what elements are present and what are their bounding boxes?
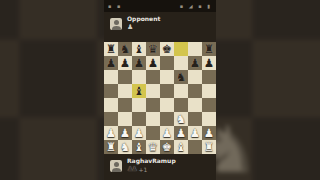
piece-f2[interactable]: ♟ (176, 126, 186, 140)
piece-e8[interactable]: ♚ (162, 42, 172, 56)
square-e1[interactable]: ♚ (160, 140, 174, 154)
square-a1[interactable]: ♜ (104, 140, 118, 154)
chess-app-screenshot: ▪ ▪ ▪ ◢ ▪ ▮ Opponent ♟ ♜♞♝♛♚♜♟♟♟♟♟♟♞♝♞♟♟… (104, 0, 216, 180)
player-name: RaghavRamup (127, 157, 176, 165)
piece-c2[interactable]: ♟ (134, 126, 144, 140)
avatar-silhouette-icon (112, 26, 121, 31)
square-f2[interactable]: ♟ (174, 126, 188, 140)
square-b5[interactable] (118, 84, 132, 98)
opponent-name: Opponent (127, 15, 160, 23)
avatar-silhouette-icon (112, 168, 121, 173)
square-g2[interactable]: ♟ (188, 126, 202, 140)
square-a8[interactable]: ♜ (104, 42, 118, 56)
opponent-player-bar: Opponent ♟ (104, 12, 216, 42)
piece-b8[interactable]: ♞ (120, 42, 130, 56)
square-c4[interactable] (132, 98, 146, 112)
square-a2[interactable]: ♟ (104, 126, 118, 140)
square-f6[interactable]: ♞ (174, 70, 188, 84)
square-e8[interactable]: ♚ (160, 42, 174, 56)
square-g8[interactable] (188, 42, 202, 56)
square-d3[interactable] (146, 112, 160, 126)
square-b8[interactable]: ♞ (118, 42, 132, 56)
piece-a1[interactable]: ♜ (106, 140, 116, 154)
square-d7[interactable]: ♟ (146, 56, 160, 70)
square-c7[interactable]: ♟ (132, 56, 146, 70)
square-g3[interactable] (188, 112, 202, 126)
player-bar: RaghavRamup ♟♟ +1 (104, 154, 216, 180)
piece-h7[interactable]: ♟ (204, 56, 214, 70)
square-g4[interactable] (188, 98, 202, 112)
square-f3[interactable]: ♞ (174, 112, 188, 126)
square-h2[interactable]: ♟ (202, 126, 216, 140)
square-f1[interactable]: ♝ (174, 140, 188, 154)
square-e5[interactable] (160, 84, 174, 98)
square-d2[interactable] (146, 126, 160, 140)
piece-d8[interactable]: ♛ (148, 42, 158, 56)
square-g7[interactable]: ♟ (188, 56, 202, 70)
square-a3[interactable] (104, 112, 118, 126)
piece-b1[interactable]: ♞ (120, 140, 130, 154)
square-b2[interactable]: ♟ (118, 126, 132, 140)
status-bar: ▪ ▪ ▪ ◢ ▪ ▮ (104, 0, 216, 12)
opponent-avatar[interactable] (110, 18, 122, 30)
square-c8[interactable]: ♝ (132, 42, 146, 56)
square-g1[interactable] (188, 140, 202, 154)
square-b6[interactable] (118, 70, 132, 84)
square-h4[interactable] (202, 98, 216, 112)
captured-pawn-icon: ♟♟ (127, 166, 136, 173)
piece-c7[interactable]: ♟ (134, 56, 144, 70)
player-captured-pieces: ♟♟ +1 (127, 166, 176, 173)
piece-h1[interactable]: ♜ (204, 140, 214, 154)
piece-c8[interactable]: ♝ (134, 42, 144, 56)
shorts-frame: ♞ ▪ ▪ ▪ ◢ ▪ ▮ Opponent ♟ ♜♞♝♛♚♜♟♟♟♟♟♟♞♝♞… (0, 0, 320, 180)
piece-b7[interactable]: ♟ (120, 56, 130, 70)
piece-g2[interactable]: ♟ (190, 126, 200, 140)
piece-a7[interactable]: ♟ (106, 56, 116, 70)
square-h1[interactable]: ♜ (202, 140, 216, 154)
square-e6[interactable] (160, 70, 174, 84)
square-d1[interactable]: ♛ (146, 140, 160, 154)
piece-f6[interactable]: ♞ (176, 70, 186, 84)
square-b7[interactable]: ♟ (118, 56, 132, 70)
piece-d7[interactable]: ♟ (148, 56, 158, 70)
piece-h8[interactable]: ♜ (204, 42, 214, 56)
piece-b2[interactable]: ♟ (120, 126, 130, 140)
square-a6[interactable] (104, 70, 118, 84)
square-e3[interactable] (160, 112, 174, 126)
square-d5[interactable] (146, 84, 160, 98)
material-score: +1 (139, 166, 148, 173)
opponent-captured-pieces: ♟ (127, 24, 160, 31)
square-a5[interactable] (104, 84, 118, 98)
square-e4[interactable] (160, 98, 174, 112)
status-left-icons: ▪ ▪ (108, 3, 122, 9)
piece-d1[interactable]: ♛ (148, 140, 158, 154)
square-g6[interactable] (188, 70, 202, 84)
square-e7[interactable] (160, 56, 174, 70)
square-e2[interactable]: ♟ (160, 126, 174, 140)
square-c3[interactable] (132, 112, 146, 126)
square-c1[interactable]: ♝ (132, 140, 146, 154)
square-d4[interactable] (146, 98, 160, 112)
square-h8[interactable]: ♜ (202, 42, 216, 56)
square-g5[interactable] (188, 84, 202, 98)
piece-f1[interactable]: ♝ (176, 140, 186, 154)
captured-pawn-icon: ♟ (127, 24, 131, 31)
square-b4[interactable] (118, 98, 132, 112)
square-c6[interactable] (132, 70, 146, 84)
square-b3[interactable] (118, 112, 132, 126)
piece-g7[interactable]: ♟ (190, 56, 200, 70)
chess-board[interactable]: ♜♞♝♛♚♜♟♟♟♟♟♟♞♝♞♟♟♟♟♟♟♟♜♞♝♛♚♝♜ (104, 42, 216, 154)
square-c2[interactable]: ♟ (132, 126, 146, 140)
player-avatar[interactable] (110, 160, 122, 172)
square-h3[interactable] (202, 112, 216, 126)
square-d6[interactable] (146, 70, 160, 84)
piece-a2[interactable]: ♟ (106, 126, 116, 140)
piece-f3[interactable]: ♞ (176, 112, 186, 126)
square-a7[interactable]: ♟ (104, 56, 118, 70)
square-f4[interactable] (174, 98, 188, 112)
square-c5[interactable]: ♝ (132, 84, 146, 98)
piece-c1[interactable]: ♝ (134, 140, 144, 154)
square-b1[interactable]: ♞ (118, 140, 132, 154)
square-h6[interactable] (202, 70, 216, 84)
piece-e2[interactable]: ♟ (162, 126, 172, 140)
avatar-silhouette-icon (114, 20, 119, 25)
status-right-icons: ▪ ◢ ▪ ▮ (180, 3, 212, 9)
square-f7[interactable] (174, 56, 188, 70)
piece-h2[interactable]: ♟ (204, 126, 214, 140)
square-h7[interactable]: ♟ (202, 56, 216, 70)
piece-a8[interactable]: ♜ (106, 42, 116, 56)
square-f5[interactable] (174, 84, 188, 98)
square-a4[interactable] (104, 98, 118, 112)
piece-e1[interactable]: ♚ (162, 140, 172, 154)
avatar-silhouette-icon (114, 162, 119, 167)
square-f8[interactable] (174, 42, 188, 56)
square-h5[interactable] (202, 84, 216, 98)
square-d8[interactable]: ♛ (146, 42, 160, 56)
piece-c5[interactable]: ♝ (134, 84, 144, 98)
